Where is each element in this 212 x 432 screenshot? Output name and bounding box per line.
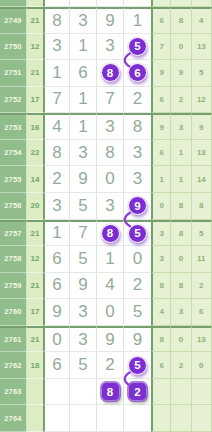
cell-2750-d3: 3 — [97, 34, 124, 61]
cell-prev-s2 — [171, 0, 191, 7]
cell-2750-d2: 1 — [70, 34, 97, 61]
cell-2749-d4: 1 — [124, 7, 151, 34]
cell-2757-d3: 8 — [97, 220, 124, 247]
cell-2762-issue: 2762 — [0, 352, 27, 379]
cell-2764-s2 — [171, 405, 191, 432]
cell-2750-d1: 3 — [43, 34, 70, 61]
cell-2761-s2: 0 — [171, 326, 191, 353]
cell-2755-s1: 1 — [151, 166, 171, 193]
cell-2763-issue: 2763 — [0, 379, 27, 406]
cell-prev-sum — [27, 0, 43, 7]
cell-2753-sum: 16 — [27, 113, 43, 140]
cell-2762-s2: 2 — [171, 352, 191, 379]
cell-2750-s1: 7 — [151, 34, 171, 61]
cell-2762-sum: 18 — [27, 352, 43, 379]
cell-2758-s1: 3 — [151, 246, 171, 273]
cell-2753-issue: 2753 — [0, 113, 27, 140]
cell-2760-d4: 5 — [124, 299, 151, 326]
cell-2757-sum: 21 — [27, 220, 43, 247]
cell-prev-d4 — [124, 0, 151, 7]
cell-2763-d3: 8 — [97, 379, 124, 406]
cell-2750-s3: 13 — [192, 34, 212, 61]
cell-2759-issue: 2759 — [0, 273, 27, 300]
cell-prev-d2 — [70, 0, 97, 7]
marker-square: 8 — [101, 382, 120, 401]
cell-2760-s3: 6 — [192, 299, 212, 326]
cell-2763-s3 — [192, 379, 212, 406]
cell-2760-d2: 3 — [70, 299, 97, 326]
cell-2758-sum: 12 — [27, 246, 43, 273]
cell-2750-s2: 0 — [171, 34, 191, 61]
cell-2759-s1: 8 — [151, 273, 171, 300]
cell-2754-s1: 6 — [151, 140, 171, 167]
cell-2749-issue: 2749 — [0, 7, 27, 34]
cell-2757-d4: 5 — [124, 220, 151, 247]
cell-2757-s3: 5 — [192, 220, 212, 247]
cell-2764-sum — [27, 405, 43, 432]
cell-2762-d3: 2 — [97, 352, 124, 379]
cell-2757-s1: 3 — [151, 220, 171, 247]
cell-2755-s2: 1 — [171, 166, 191, 193]
cell-2764-d3 — [97, 405, 124, 432]
trend-chart-board: 2749218391684275012313570132751211686995… — [0, 0, 212, 432]
cell-2757-s2: 8 — [171, 220, 191, 247]
cell-2752-s1: 6 — [151, 87, 171, 114]
cell-2761-d4: 9 — [124, 326, 151, 353]
cell-2758-issue: 2758 — [0, 246, 27, 273]
marker-circle: 6 — [128, 63, 147, 82]
cell-2761-s1: 8 — [151, 326, 171, 353]
cell-2751-s1: 9 — [151, 60, 171, 87]
cell-2762-d4: 5 — [124, 352, 151, 379]
cell-2761-s3: 13 — [192, 326, 212, 353]
cell-2764-d1 — [43, 405, 70, 432]
cell-2762-s1: 6 — [151, 352, 171, 379]
cell-2759-s3: 2 — [192, 273, 212, 300]
grid: 2749218391684275012313570132751211686995… — [0, 0, 212, 432]
cell-2751-s2: 9 — [171, 60, 191, 87]
cell-2758-d4: 0 — [124, 246, 151, 273]
cell-2756-s3: 8 — [192, 193, 212, 220]
cell-2755-d2: 9 — [70, 166, 97, 193]
cell-2757-d1: 1 — [43, 220, 70, 247]
cell-2758-d1: 6 — [43, 246, 70, 273]
cell-2755-d4: 3 — [124, 166, 151, 193]
cell-2756-sum: 20 — [27, 193, 43, 220]
cell-2752-issue: 2752 — [0, 87, 27, 114]
cell-2763-d1 — [43, 379, 70, 406]
marker-circle: 5 — [128, 356, 147, 375]
cell-2756-d2: 5 — [70, 193, 97, 220]
cell-2753-d4: 8 — [124, 113, 151, 140]
marker-circle: 8 — [101, 224, 120, 243]
cell-prev-s1 — [151, 0, 171, 7]
cell-2751-issue: 2751 — [0, 60, 27, 87]
cell-2751-d1: 1 — [43, 60, 70, 87]
cell-2749-s2: 8 — [171, 7, 191, 34]
cell-2753-s1: 9 — [151, 113, 171, 140]
cell-2756-d1: 3 — [43, 193, 70, 220]
cell-2764-issue: 2764 — [0, 405, 27, 432]
cell-2756-d3: 3 — [97, 193, 124, 220]
cell-2764-d4 — [124, 405, 151, 432]
cell-2751-s3: 5 — [192, 60, 212, 87]
cell-2754-sum: 22 — [27, 140, 43, 167]
cell-2755-issue: 2755 — [0, 166, 27, 193]
cell-2760-s1: 4 — [151, 299, 171, 326]
cell-2763-sum — [27, 379, 43, 406]
cell-2754-d2: 3 — [70, 140, 97, 167]
cell-2753-d2: 1 — [70, 113, 97, 140]
cell-2759-sum: 21 — [27, 273, 43, 300]
cell-2753-s3: 9 — [192, 113, 212, 140]
cell-2752-d1: 7 — [43, 87, 70, 114]
cell-2760-s2: 3 — [171, 299, 191, 326]
marker-circle: 8 — [101, 63, 120, 82]
cell-2764-s3 — [192, 405, 212, 432]
cell-2751-sum: 21 — [27, 60, 43, 87]
cell-2753-s2: 3 — [171, 113, 191, 140]
cell-2763-s1 — [151, 379, 171, 406]
cell-2749-d1: 8 — [43, 7, 70, 34]
cell-2754-d3: 8 — [97, 140, 124, 167]
marker-circle: 5 — [128, 224, 147, 243]
cell-2762-s3: 0 — [192, 352, 212, 379]
cell-2752-sum: 17 — [27, 87, 43, 114]
cell-2761-issue: 2761 — [0, 326, 27, 353]
cell-2763-d4: 2 — [124, 379, 151, 406]
cell-2762-d2: 5 — [70, 352, 97, 379]
cell-2755-sum: 14 — [27, 166, 43, 193]
cell-2751-d4: 6 — [124, 60, 151, 87]
cell-2759-d4: 2 — [124, 273, 151, 300]
cell-2756-issue: 2756 — [0, 193, 27, 220]
cell-2757-d2: 7 — [70, 220, 97, 247]
cell-2755-d3: 0 — [97, 166, 124, 193]
cell-2758-s3: 11 — [192, 246, 212, 273]
cell-2759-s2: 8 — [171, 273, 191, 300]
cell-2759-d2: 9 — [70, 273, 97, 300]
cell-2749-sum: 21 — [27, 7, 43, 34]
cell-prev-s3 — [192, 0, 212, 7]
cell-2758-s2: 0 — [171, 246, 191, 273]
cell-2760-d3: 0 — [97, 299, 124, 326]
cell-2763-s2 — [171, 379, 191, 406]
cell-2750-sum: 12 — [27, 34, 43, 61]
cell-2754-d4: 3 — [124, 140, 151, 167]
cell-prev-d3 — [97, 0, 124, 7]
cell-2750-issue: 2750 — [0, 34, 27, 61]
cell-2749-d2: 3 — [70, 7, 97, 34]
cell-2758-d3: 1 — [97, 246, 124, 273]
cell-2756-s2: 8 — [171, 193, 191, 220]
cell-2753-d3: 3 — [97, 113, 124, 140]
cell-2758-d2: 5 — [70, 246, 97, 273]
cell-2760-d1: 9 — [43, 299, 70, 326]
cell-2749-d3: 9 — [97, 7, 124, 34]
cell-2761-d3: 9 — [97, 326, 124, 353]
marker-circle: 9 — [128, 196, 147, 215]
cell-2760-issue: 2760 — [0, 299, 27, 326]
cell-2751-d2: 6 — [70, 60, 97, 87]
cell-2761-d1: 0 — [43, 326, 70, 353]
cell-2761-d2: 3 — [70, 326, 97, 353]
cell-2759-d1: 6 — [43, 273, 70, 300]
cell-2749-s3: 4 — [192, 7, 212, 34]
cell-2752-d3: 7 — [97, 87, 124, 114]
cell-2755-d1: 2 — [43, 166, 70, 193]
cell-2753-d1: 4 — [43, 113, 70, 140]
cell-2751-d3: 8 — [97, 60, 124, 87]
cell-2757-issue: 2757 — [0, 220, 27, 247]
cell-2763-d2 — [70, 379, 97, 406]
cell-2750-d4: 5 — [124, 34, 151, 61]
cell-2752-s2: 2 — [171, 87, 191, 114]
cell-2759-d3: 4 — [97, 273, 124, 300]
cell-2756-d4: 9 — [124, 193, 151, 220]
cell-2762-d1: 6 — [43, 352, 70, 379]
cell-2749-s1: 6 — [151, 7, 171, 34]
marker-square: 2 — [128, 382, 147, 401]
cell-2752-d2: 1 — [70, 87, 97, 114]
cell-2752-d4: 2 — [124, 87, 151, 114]
cell-prev-d1 — [43, 0, 70, 7]
cell-2754-s2: 1 — [171, 140, 191, 167]
cell-2764-d2 — [70, 405, 97, 432]
marker-circle: 5 — [128, 37, 147, 56]
cell-2754-issue: 2754 — [0, 140, 27, 167]
cell-2760-sum: 17 — [27, 299, 43, 326]
cell-2761-sum: 21 — [27, 326, 43, 353]
cell-2764-s1 — [151, 405, 171, 432]
cell-2754-d1: 8 — [43, 140, 70, 167]
cell-2756-s1: 0 — [151, 193, 171, 220]
cell-2755-s3: 14 — [192, 166, 212, 193]
cell-2752-s3: 12 — [192, 87, 212, 114]
cell-2754-s3: 13 — [192, 140, 212, 167]
cell-prev-issue — [0, 0, 27, 7]
